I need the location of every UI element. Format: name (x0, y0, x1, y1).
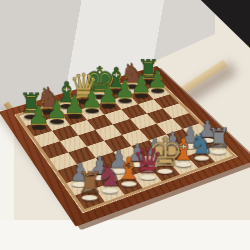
piece-base (135, 93, 148, 97)
piece-base (102, 103, 116, 108)
pawn-glyph: ♟ (28, 102, 51, 127)
rook-glyph: ♜ (77, 168, 104, 198)
board-grid: ♜♞♝♛♚♝♞♜♟♟♟♟♟♟♟♟♟♟♟♟♟♟♟♟♜♞♝♛♚♝♞♜ (19, 76, 232, 209)
piece-base (151, 89, 164, 93)
board-inlay-border: ♜♞♝♛♚♝♞♜♟♟♟♟♟♟♟♟♟♟♟♟♟♟♟♟♜♞♝♛♚♝♞♜ (14, 74, 238, 213)
board-frame: ♜♞♝♛♚♝♞♜♟♟♟♟♟♟♟♟♟♟♟♟♟♟♟♟♜♞♝♛♚♝♞♜ (0, 66, 250, 227)
piece-base (50, 119, 64, 124)
square-a6[interactable] (34, 131, 60, 148)
piece-base (102, 188, 118, 193)
piece-base (67, 114, 81, 119)
piece-base (32, 125, 46, 130)
piece-base (85, 109, 99, 114)
piece-base (118, 98, 131, 102)
piece-base (121, 181, 137, 186)
green-pawn-a7[interactable]: ♟ (28, 102, 51, 129)
square-a1[interactable]: ♜ (75, 189, 104, 209)
square-a7[interactable]: ♟ (26, 120, 52, 136)
scene: ♜♞♝♛♚♝♞♜♟♟♟♟♟♟♟♟♟♟♟♟♟♟♟♟♜♞♝♛♚♝♞♜ (0, 0, 250, 250)
chess-board: ♜♞♝♛♚♝♞♜♟♟♟♟♟♟♟♟♟♟♟♟♟♟♟♟♜♞♝♛♚♝♞♜ (0, 66, 250, 227)
red-rook-a1[interactable]: ♜ (77, 168, 104, 200)
piece-base (82, 195, 98, 200)
